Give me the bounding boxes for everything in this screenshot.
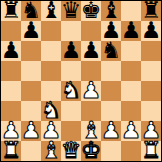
black-pawn: ♟ [121,20,142,40]
square-f6[interactable]: ♞ [101,41,121,61]
black-rook: ♜ [1,0,22,20]
black-king: ♚ [81,0,102,20]
white-pawn: ♟ [101,120,122,140]
square-b7[interactable]: ♟ [21,21,41,41]
square-b4[interactable] [21,81,41,101]
square-c5[interactable] [41,61,61,81]
white-queen: ♛ [61,140,82,160]
square-a4[interactable] [1,81,21,101]
square-a1[interactable]: ♜ [1,141,21,161]
black-queen: ♛ [61,0,82,20]
square-d3[interactable] [61,101,81,121]
white-pawn: ♟ [81,80,102,100]
black-pawn: ♟ [141,20,162,40]
square-d6[interactable]: ♟ [61,41,81,61]
black-pawn: ♟ [81,40,102,60]
square-h6[interactable] [141,41,161,61]
white-rook: ♜ [1,140,22,160]
white-knight: ♞ [61,80,82,100]
square-c6[interactable] [41,41,61,61]
square-a6[interactable]: ♟ [1,41,21,61]
white-bishop: ♝ [41,140,62,160]
black-pawn: ♟ [21,20,42,40]
square-h4[interactable] [141,81,161,101]
square-c7[interactable] [41,21,61,41]
square-b5[interactable] [21,61,41,81]
black-bishop: ♝ [41,0,62,20]
white-rook: ♜ [141,140,162,160]
square-d8[interactable]: ♛ [61,1,81,21]
square-g5[interactable] [121,61,141,81]
chess-board: ♜♞♝♛♚♝♜♟♟♟♟♟♟♟♞♞♟♞♟♟♟♝♟♟♟♜♝♛♚♜ [0,0,162,162]
square-g4[interactable] [121,81,141,101]
square-e8[interactable]: ♚ [81,1,101,21]
square-e4[interactable]: ♟ [81,81,101,101]
white-king: ♚ [81,140,102,160]
square-c1[interactable]: ♝ [41,141,61,161]
square-b1[interactable] [21,141,41,161]
square-b2[interactable]: ♟ [21,121,41,141]
square-g6[interactable] [121,41,141,61]
square-c8[interactable]: ♝ [41,1,61,21]
square-f5[interactable] [101,61,121,81]
square-f2[interactable]: ♟ [101,121,121,141]
square-g2[interactable]: ♟ [121,121,141,141]
square-h1[interactable]: ♜ [141,141,161,161]
square-h7[interactable]: ♟ [141,21,161,41]
square-d4[interactable]: ♞ [61,81,81,101]
square-d1[interactable]: ♛ [61,141,81,161]
white-pawn: ♟ [21,120,42,140]
square-f1[interactable] [101,141,121,161]
square-g1[interactable] [121,141,141,161]
black-pawn: ♟ [61,40,82,60]
square-b6[interactable] [21,41,41,61]
square-e1[interactable]: ♚ [81,141,101,161]
black-pawn: ♟ [1,40,22,60]
white-pawn: ♟ [121,120,142,140]
square-g7[interactable]: ♟ [121,21,141,41]
square-h5[interactable] [141,61,161,81]
square-f4[interactable] [101,81,121,101]
square-a5[interactable] [1,61,21,81]
black-knight: ♞ [101,40,122,60]
square-a8[interactable]: ♜ [1,1,21,21]
square-e6[interactable]: ♟ [81,41,101,61]
